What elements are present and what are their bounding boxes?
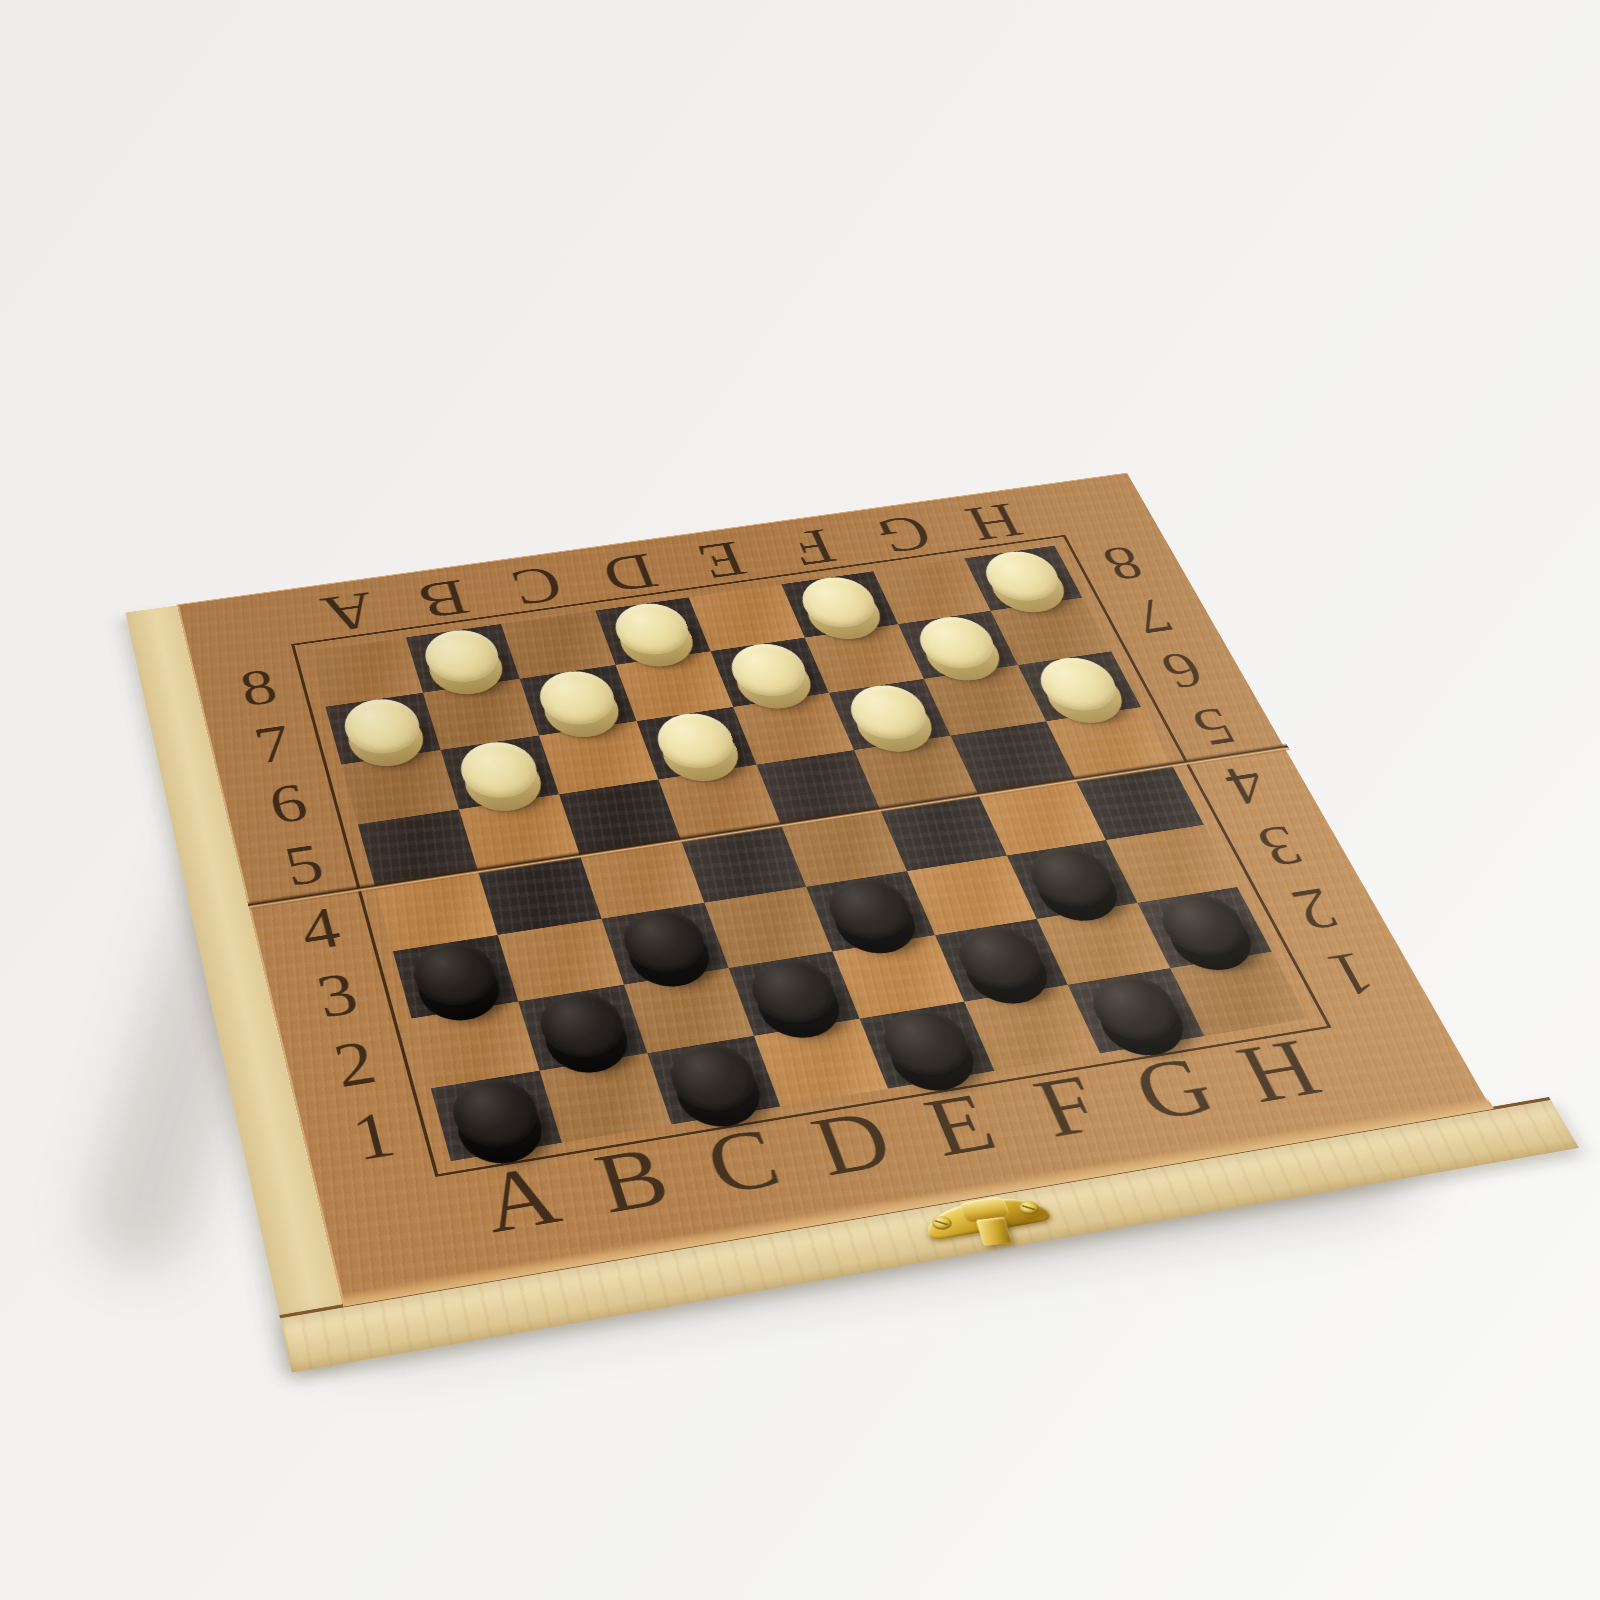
- checker-light-f6[interactable]: ⛀: [841, 681, 936, 744]
- checker-dark-e3[interactable]: ⛂: [819, 873, 919, 944]
- checker-light-g7[interactable]: ⛀: [910, 613, 1003, 673]
- board-scene: ABCDEFGH ABCDEFGH 87654321 87654321 ⛀⛀⛀⛀…: [177, 473, 1492, 1307]
- checker-dark-f2[interactable]: ⛂: [948, 921, 1052, 994]
- checker-light-b8[interactable]: ⛀: [418, 626, 505, 687]
- checker-light-a7[interactable]: ⛀: [338, 695, 426, 758]
- checker-light-b6[interactable]: ⛀: [454, 738, 545, 803]
- checker-light-d8[interactable]: ⛀: [608, 599, 697, 659]
- checker-light-c7[interactable]: ⛀: [532, 667, 622, 729]
- checker-dark-g1[interactable]: ⛂: [1081, 971, 1188, 1046]
- checker-dark-a1[interactable]: ⛂: [445, 1073, 546, 1153]
- checker-light-h8[interactable]: ⛀: [976, 547, 1068, 605]
- checker-light-h6[interactable]: ⛀: [1030, 653, 1126, 715]
- checker-dark-g3[interactable]: ⛂: [1020, 842, 1122, 912]
- checker-dark-a3[interactable]: ⛂: [407, 937, 503, 1011]
- checker-dark-c3[interactable]: ⛂: [615, 905, 713, 977]
- checker-light-e7[interactable]: ⛀: [723, 640, 815, 701]
- folding-checkers-board: ABCDEFGH ABCDEFGH 87654321 87654321 ⛀⛀⛀⛀…: [177, 473, 1492, 1307]
- checker-dark-e1[interactable]: ⛂: [873, 1004, 978, 1081]
- checker-light-f8[interactable]: ⛀: [793, 573, 884, 632]
- photo-backdrop: ABCDEFGH ABCDEFGH 87654321 87654321 ⛀⛀⛀⛀…: [0, 0, 1600, 1600]
- checker-dark-d2[interactable]: ⛂: [742, 954, 844, 1028]
- checker-dark-c1[interactable]: ⛂: [661, 1038, 764, 1116]
- checker-light-d6[interactable]: ⛀: [649, 709, 742, 773]
- checker-dark-b2[interactable]: ⛂: [532, 987, 631, 1063]
- checker-dark-h2[interactable]: ⛂: [1151, 889, 1256, 961]
